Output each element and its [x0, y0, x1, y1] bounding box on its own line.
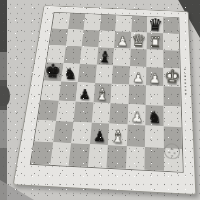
square-c2[interactable] [71, 122, 91, 144]
square-c1[interactable] [69, 143, 90, 167]
board-mat: ♛♟♛♜♝♚♞♟♟♚♟♝♟♞♟♝ [13, 5, 197, 195]
white-pawn[interactable]: ♟ [130, 110, 143, 125]
square-b7[interactable] [66, 29, 84, 46]
square-b4[interactable] [58, 81, 78, 101]
square-f4[interactable] [128, 85, 146, 105]
square-b8[interactable] [68, 13, 86, 30]
square-e6[interactable] [113, 48, 130, 66]
square-f2[interactable] [126, 125, 145, 148]
square-d7[interactable] [98, 31, 115, 48]
white-pawn[interactable]: ♟ [149, 72, 162, 86]
black-pawn[interactable]: ♟ [78, 88, 91, 102]
square-g8[interactable]: ♛ [147, 17, 163, 34]
square-e5[interactable] [112, 65, 130, 84]
square-c5[interactable] [78, 64, 97, 83]
square-f7[interactable]: ♛ [130, 32, 147, 49]
edge-brand-marks [184, 69, 187, 97]
black-pawn[interactable]: ♟ [92, 130, 105, 145]
square-d1[interactable] [87, 144, 107, 168]
white-bishop[interactable]: ♝ [95, 86, 110, 103]
square-e8[interactable] [115, 15, 132, 32]
square-e2[interactable]: ♝ [108, 124, 127, 146]
square-c8[interactable] [83, 14, 100, 31]
square-g5[interactable]: ♟ [146, 67, 163, 86]
square-a5[interactable]: ♚ [44, 62, 63, 81]
square-g3[interactable]: ♞ [145, 105, 163, 126]
square-b2[interactable] [53, 121, 74, 143]
square-h5[interactable]: ♚ [163, 68, 180, 87]
photo: ♛♟♛♜♝♚♞♟♟♚♟♝♟♞♟♝ [0, 0, 200, 200]
square-c4[interactable]: ♟ [76, 82, 95, 102]
square-c6[interactable] [80, 46, 98, 64]
black-knight[interactable]: ♞ [147, 109, 162, 125]
white-rook[interactable]: ♜ [148, 35, 162, 50]
white-king[interactable]: ♚ [163, 68, 181, 87]
square-h3[interactable] [163, 106, 181, 127]
white-queen[interactable]: ♛ [131, 32, 147, 50]
square-b5[interactable]: ♞ [61, 63, 80, 82]
square-g4[interactable] [146, 85, 164, 105]
square-h8[interactable] [163, 17, 179, 34]
square-e4[interactable] [111, 84, 129, 104]
square-c7[interactable] [82, 30, 100, 47]
square-e3[interactable] [109, 103, 128, 124]
square-f5[interactable]: ♟ [129, 66, 146, 85]
square-h7[interactable] [163, 33, 179, 51]
square-e7[interactable]: ♟ [114, 31, 131, 48]
square-d5[interactable] [95, 65, 113, 84]
square-h4[interactable] [163, 86, 181, 106]
square-d3[interactable] [91, 102, 110, 123]
square-b3[interactable] [56, 101, 76, 122]
black-knight[interactable]: ♞ [63, 66, 77, 82]
chessboard: ♛♟♛♜♝♚♞♟♟♚♟♝♟♞♟♝ [30, 12, 184, 173]
square-d4[interactable]: ♝ [93, 83, 112, 103]
table-edge-notch [0, 86, 10, 106]
square-d8[interactable] [99, 15, 116, 32]
square-f1[interactable] [125, 146, 144, 170]
square-b6[interactable] [63, 46, 81, 64]
square-g7[interactable]: ♜ [147, 33, 163, 51]
square-e1[interactable] [106, 145, 126, 169]
square-d2[interactable]: ♟ [89, 123, 109, 145]
square-g1[interactable] [144, 147, 163, 171]
square-f6[interactable] [130, 49, 147, 67]
square-c3[interactable] [73, 102, 93, 123]
square-b1[interactable] [50, 142, 71, 166]
black-bishop[interactable]: ♝ [98, 49, 113, 65]
square-g6[interactable] [146, 49, 163, 67]
black-king[interactable]: ♚ [44, 62, 61, 81]
square-d6[interactable]: ♝ [96, 47, 114, 65]
black-queen[interactable]: ♛ [147, 16, 163, 33]
square-g2[interactable] [145, 125, 164, 148]
white-bishop[interactable]: ♝ [109, 128, 125, 146]
white-pawn[interactable]: ♟ [117, 35, 129, 48]
square-f3[interactable]: ♟ [127, 104, 145, 125]
square-a2[interactable] [34, 120, 55, 142]
white-pawn[interactable]: ♟ [131, 71, 144, 85]
